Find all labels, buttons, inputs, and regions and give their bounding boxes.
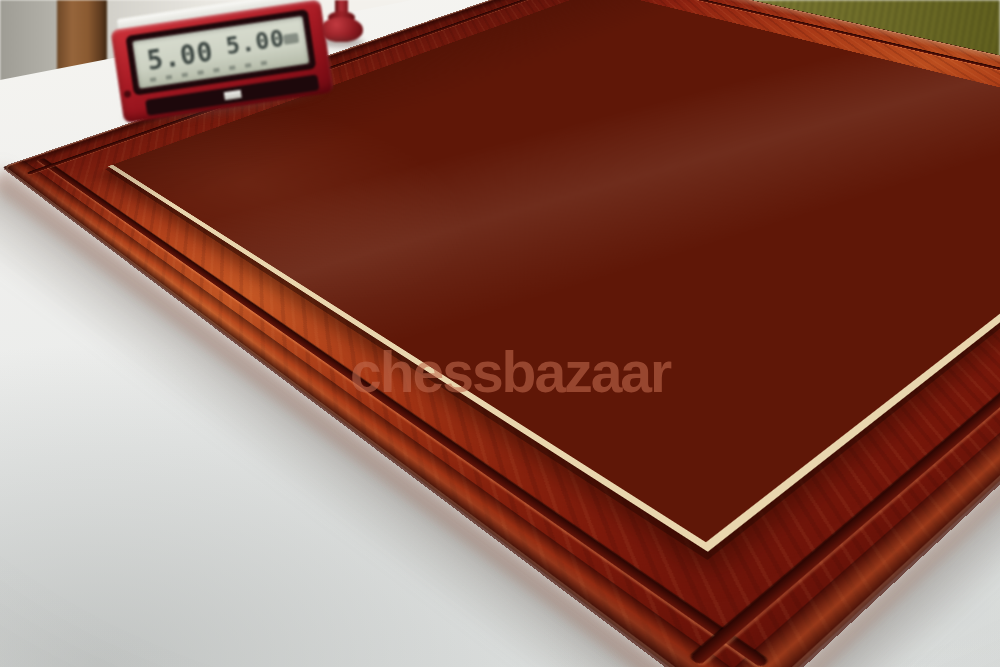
- wall-panel: [0, 0, 60, 84]
- lcd-indicator: [283, 33, 299, 45]
- photo-stage: 5.00 5.00 chessbazaar: [0, 0, 1000, 667]
- clock-speaker-dot: [124, 90, 132, 98]
- clock-time-right: 5.00: [224, 27, 286, 59]
- watermark: chessbazaar: [350, 344, 670, 401]
- clock-lcd: 5.00 5.00: [132, 16, 309, 89]
- clock-button: [223, 90, 241, 100]
- frame-bevel: [3, 160, 769, 667]
- door-frame: [57, 0, 107, 76]
- frame-groove: [37, 158, 769, 667]
